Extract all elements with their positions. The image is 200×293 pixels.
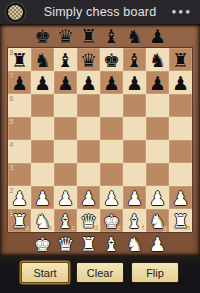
white-king: ♚ <box>100 209 123 232</box>
app-header: Simply chess board ●●● <box>0 0 200 24</box>
square-a5[interactable]: 5 <box>8 117 31 140</box>
black-knight: ♞ <box>146 48 169 71</box>
white-pawn: ♟ <box>169 186 192 209</box>
square-h2[interactable]: ♟ <box>169 186 192 209</box>
square-d6[interactable] <box>77 94 100 117</box>
button-bar: Start Clear Flip <box>0 256 200 293</box>
square-b5[interactable] <box>31 117 54 140</box>
square-g6[interactable] <box>146 94 169 117</box>
rank-label-5: 5 <box>10 118 14 125</box>
black-pawn: ♟ <box>169 71 192 94</box>
square-f8[interactable]: ♝ <box>123 48 146 71</box>
white-bishop: ♝ <box>54 209 77 232</box>
square-b6[interactable] <box>31 94 54 117</box>
square-f4[interactable] <box>123 140 146 163</box>
tray-white-bishop[interactable]: ♝ <box>100 232 123 256</box>
black-queen: ♛ <box>77 48 100 71</box>
square-a6[interactable]: 6 <box>8 94 31 117</box>
black-pawn: ♟ <box>54 71 77 94</box>
square-a3[interactable]: 3 <box>8 163 31 186</box>
square-b2[interactable]: ♟ <box>31 186 54 209</box>
white-pawn: ♟ <box>54 186 77 209</box>
square-g2[interactable]: ♟ <box>146 186 169 209</box>
square-c3[interactable] <box>54 163 77 186</box>
white-rook: ♜ <box>8 209 31 232</box>
square-g8[interactable]: ♞ <box>146 48 169 71</box>
black-rook: ♜ <box>169 48 192 71</box>
white-pawn: ♟ <box>100 186 123 209</box>
square-e6[interactable] <box>100 94 123 117</box>
square-c2[interactable]: ♟ <box>54 186 77 209</box>
white-knight: ♞ <box>146 209 169 232</box>
square-e1[interactable]: e♚ <box>100 209 123 232</box>
tray-black-queen[interactable]: ♛ <box>54 24 77 48</box>
flip-button[interactable]: Flip <box>131 262 179 283</box>
square-f5[interactable] <box>123 117 146 140</box>
black-pawn: ♟ <box>8 71 31 94</box>
black-rook: ♜ <box>8 48 31 71</box>
black-pawn: ♟ <box>100 71 123 94</box>
board-frame: ♚♛♜♝♞♟ 8♜♞♝♛♚♝♞♜7♟♟♟♟♟♟♟♟65432♟♟♟♟♟♟♟♟1a… <box>0 24 200 256</box>
white-pawn: ♟ <box>8 186 31 209</box>
square-e2[interactable]: ♟ <box>100 186 123 209</box>
black-pawn: ♟ <box>123 71 146 94</box>
tray-black-pawn[interactable]: ♟ <box>146 24 169 48</box>
rank-label-3: 3 <box>10 164 14 171</box>
square-b4[interactable] <box>31 140 54 163</box>
black-king: ♚ <box>100 48 123 71</box>
tray-black-bishop[interactable]: ♝ <box>100 24 123 48</box>
tray-white-rook[interactable]: ♜ <box>77 232 100 256</box>
square-c1[interactable]: c♝ <box>54 209 77 232</box>
square-d3[interactable] <box>77 163 100 186</box>
app-window: Simply chess board ●●● ♚♛♜♝♞♟ 8♜♞♝♛♚♝♞♜7… <box>0 0 200 293</box>
square-e3[interactable] <box>100 163 123 186</box>
rank-label-4: 4 <box>10 141 14 148</box>
square-d5[interactable] <box>77 117 100 140</box>
square-c7[interactable]: ♟ <box>54 71 77 94</box>
white-pawn: ♟ <box>31 186 54 209</box>
start-button[interactable]: Start <box>21 262 69 283</box>
rank-label-6: 6 <box>10 95 14 102</box>
chess-board: 8♜♞♝♛♚♝♞♜7♟♟♟♟♟♟♟♟65432♟♟♟♟♟♟♟♟1a♜b♞c♝d♛… <box>8 48 192 232</box>
tray-white-knight[interactable]: ♞ <box>123 232 146 256</box>
white-knight: ♞ <box>31 209 54 232</box>
square-b7[interactable]: ♟ <box>31 71 54 94</box>
black-bishop: ♝ <box>123 48 146 71</box>
tray-black-rook[interactable]: ♜ <box>77 24 100 48</box>
square-a2[interactable]: 2♟ <box>8 186 31 209</box>
square-h1[interactable]: h♜ <box>169 209 192 232</box>
square-d1[interactable]: d♛ <box>77 209 100 232</box>
square-g4[interactable] <box>146 140 169 163</box>
square-e7[interactable]: ♟ <box>100 71 123 94</box>
square-c6[interactable] <box>54 94 77 117</box>
square-f1[interactable]: f♝ <box>123 209 146 232</box>
white-piece-tray: ♚♛♜♝♞♟ <box>31 232 169 256</box>
square-e5[interactable] <box>100 117 123 140</box>
white-pawn: ♟ <box>146 186 169 209</box>
square-f3[interactable] <box>123 163 146 186</box>
square-a1[interactable]: 1a♜ <box>8 209 31 232</box>
square-g1[interactable]: g♞ <box>146 209 169 232</box>
square-g7[interactable]: ♟ <box>146 71 169 94</box>
square-h3[interactable] <box>169 163 192 186</box>
clear-button[interactable]: Clear <box>76 262 124 283</box>
square-f2[interactable]: ♟ <box>123 186 146 209</box>
tray-black-knight[interactable]: ♞ <box>123 24 146 48</box>
white-rook: ♜ <box>169 209 192 232</box>
square-d8[interactable]: ♛ <box>77 48 100 71</box>
square-d2[interactable]: ♟ <box>77 186 100 209</box>
white-queen: ♛ <box>77 209 100 232</box>
square-b3[interactable] <box>31 163 54 186</box>
black-pawn: ♟ <box>146 71 169 94</box>
square-a7[interactable]: 7♟ <box>8 71 31 94</box>
square-h5[interactable] <box>169 117 192 140</box>
square-a8[interactable]: 8♜ <box>8 48 31 71</box>
square-d4[interactable] <box>77 140 100 163</box>
square-a4[interactable]: 4 <box>8 140 31 163</box>
square-h7[interactable]: ♟ <box>169 71 192 94</box>
white-bishop: ♝ <box>123 209 146 232</box>
square-c8[interactable]: ♝ <box>54 48 77 71</box>
tray-white-pawn[interactable]: ♟ <box>146 232 169 256</box>
square-h8[interactable]: ♜ <box>169 48 192 71</box>
square-e8[interactable]: ♚ <box>100 48 123 71</box>
white-pawn: ♟ <box>77 186 100 209</box>
tray-black-king[interactable]: ♚ <box>31 24 54 48</box>
black-pawn: ♟ <box>77 71 100 94</box>
square-g3[interactable] <box>146 163 169 186</box>
square-c4[interactable] <box>54 140 77 163</box>
square-h6[interactable] <box>169 94 192 117</box>
tray-white-queen[interactable]: ♛ <box>54 232 77 256</box>
black-knight: ♞ <box>31 48 54 71</box>
overflow-menu-icon[interactable]: ●●● <box>172 8 193 16</box>
square-e4[interactable] <box>100 140 123 163</box>
black-bishop: ♝ <box>54 48 77 71</box>
square-h4[interactable] <box>169 140 192 163</box>
white-pawn: ♟ <box>123 186 146 209</box>
tray-white-king[interactable]: ♚ <box>31 232 54 256</box>
square-c5[interactable] <box>54 117 77 140</box>
square-d7[interactable]: ♟ <box>77 71 100 94</box>
black-pawn: ♟ <box>31 71 54 94</box>
black-piece-tray: ♚♛♜♝♞♟ <box>31 24 169 48</box>
square-f6[interactable] <box>123 94 146 117</box>
square-f7[interactable]: ♟ <box>123 71 146 94</box>
square-b1[interactable]: b♞ <box>31 209 54 232</box>
app-title: Simply chess board <box>0 5 200 19</box>
square-g5[interactable] <box>146 117 169 140</box>
square-b8[interactable]: ♞ <box>31 48 54 71</box>
